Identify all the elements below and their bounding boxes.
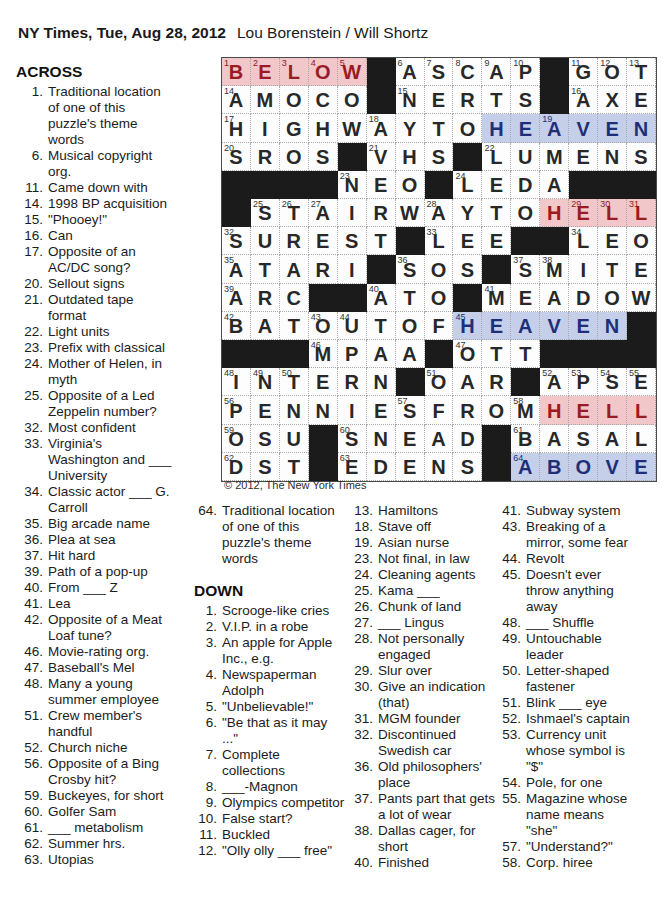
clue-down-7[interactable]: 7.Complete collections <box>194 747 346 779</box>
clue-number: 40. <box>348 855 373 871</box>
grid-cell[interactable]: 60S <box>338 425 367 453</box>
clue-down-54[interactable]: 54.Pole, for one <box>496 775 668 791</box>
grid-cell[interactable]: O <box>627 227 656 255</box>
clue-down-13[interactable]: 13.Hamiltons <box>348 503 500 519</box>
grid-cell[interactable]: 5W <box>338 58 367 86</box>
grid-cell[interactable]: E <box>627 86 656 114</box>
grid-cell[interactable]: T <box>425 114 454 142</box>
clue-across-22[interactable]: 22.Light units <box>16 324 191 340</box>
grid-cell[interactable]: E <box>367 396 396 424</box>
clue-number: 5. <box>194 699 217 715</box>
clue-down-43[interactable]: 43.Breaking of a mirror, some fear <box>496 519 668 551</box>
grid-cell[interactable]: 47O <box>453 340 482 368</box>
clue-across-41[interactable]: 41.Lea <box>16 596 191 612</box>
grid-cell[interactable]: L <box>627 396 656 424</box>
grid-cell[interactable]: V <box>569 114 598 142</box>
grid-cell[interactable]: O <box>338 86 367 114</box>
grid-cell[interactable]: A <box>425 425 454 453</box>
cell-letter: T <box>375 231 387 254</box>
grid-cell[interactable]: 22L <box>482 143 511 171</box>
clue-across-24[interactable]: 24.Mother of Helen, in myth <box>16 356 191 388</box>
grid-cell[interactable]: 15N <box>396 86 425 114</box>
grid-cell[interactable]: U <box>280 425 309 453</box>
grid-cell[interactable]: R <box>280 227 309 255</box>
grid-cell[interactable]: 54S <box>598 368 627 396</box>
grid-cell[interactable]: 27A <box>309 199 338 227</box>
grid-cell[interactable]: O <box>396 171 425 199</box>
grid-cell[interactable]: T <box>367 312 396 340</box>
grid-cell[interactable]: 24L <box>453 171 482 199</box>
grid-cell[interactable]: O <box>598 284 627 312</box>
grid-cell[interactable]: I <box>338 199 367 227</box>
clue-across-63[interactable]: 63.Utopias <box>16 852 191 868</box>
grid-cell[interactable]: 46M <box>309 340 338 368</box>
grid-cell[interactable]: O <box>425 284 454 312</box>
grid-cell[interactable]: N <box>367 368 396 396</box>
grid-cell[interactable]: 9A <box>482 58 511 86</box>
grid-cell[interactable]: 56P <box>222 396 251 424</box>
grid-cell[interactable]: 45H <box>453 312 482 340</box>
clue-down-18[interactable]: 18.Stave off <box>348 519 500 535</box>
grid-cell[interactable]: C <box>280 284 309 312</box>
cell-letter: N <box>373 429 387 452</box>
clue-down-41[interactable]: 41.Subway system <box>496 503 668 519</box>
grid-cell[interactable]: U <box>251 227 280 255</box>
grid-cell[interactable]: E <box>482 227 511 255</box>
grid-cell[interactable]: T <box>280 312 309 340</box>
grid-cell[interactable]: 55E <box>627 368 656 396</box>
copyright: © 2012, The New York Times <box>224 479 366 491</box>
grid-cell[interactable]: E <box>309 227 338 255</box>
grid-cell[interactable]: E <box>569 143 598 171</box>
clue-down-45[interactable]: 45.Doesn't ever throw anything away <box>496 567 668 615</box>
clue-across-47[interactable]: 47.Baseball's Mel <box>16 660 191 676</box>
clue-across-34[interactable]: 34.Classic actor ___ G. Carroll <box>16 484 191 516</box>
grid-cell[interactable]: N <box>598 312 627 340</box>
grid-cell[interactable]: A <box>598 425 627 453</box>
grid-cell[interactable]: 59O <box>222 425 251 453</box>
clue-across-32[interactable]: 32.Most confident <box>16 420 191 436</box>
grid-cell[interactable]: 21V <box>367 143 396 171</box>
grid-cell[interactable]: 49N <box>251 368 280 396</box>
clue-down-30[interactable]: 30.Give an indication (that) <box>348 679 500 711</box>
grid-cell[interactable]: I <box>338 396 367 424</box>
grid-cell[interactable]: 4O <box>309 58 338 86</box>
cell-number: 48 <box>224 368 234 378</box>
clue-across-11[interactable]: 11.Came down with <box>16 180 191 196</box>
grid-cell[interactable]: S <box>338 227 367 255</box>
grid-cell[interactable]: E <box>598 227 627 255</box>
clue-across-16[interactable]: 16.Can <box>16 228 191 244</box>
clue-across-6[interactable]: 6.Musical copyright org. <box>16 148 191 180</box>
clue-down-44[interactable]: 44.Revolt <box>496 551 668 567</box>
grid-cell[interactable]: 51O <box>425 368 454 396</box>
grid-cell[interactable]: E <box>627 255 656 283</box>
grid-cell[interactable]: C <box>309 86 338 114</box>
grid-cell[interactable]: T <box>511 340 540 368</box>
grid-cell[interactable]: B <box>540 453 569 481</box>
grid-cell[interactable]: M <box>251 86 280 114</box>
clue-down-23[interactable]: 23.Not final, in law <box>348 551 500 567</box>
grid-cell[interactable]: Y <box>396 114 425 142</box>
clue-across-23[interactable]: 23.Prefix with classical <box>16 340 191 356</box>
clue-down-32[interactable]: 32.Discontinued Swedish car <box>348 727 500 759</box>
grid-cell[interactable]: P <box>338 340 367 368</box>
clue-across-56[interactable]: 56.Opposite of a Bing Crosby hit? <box>16 756 191 788</box>
grid-cell[interactable]: X <box>598 86 627 114</box>
clue-down-10[interactable]: 10.False start? <box>194 811 346 827</box>
clue-number: 53. <box>496 727 521 775</box>
grid-cell[interactable]: 16A <box>569 86 598 114</box>
grid-cell[interactable]: H <box>540 396 569 424</box>
clue-down-28[interactable]: 28.Not personally engaged <box>348 631 500 663</box>
grid-cell[interactable]: O <box>280 86 309 114</box>
grid-cell[interactable]: 52A <box>540 368 569 396</box>
cell-letter: T <box>288 457 300 480</box>
clue-across-40[interactable]: 40.From ___ Z <box>16 580 191 596</box>
grid-cell[interactable]: O <box>569 453 598 481</box>
grid-cell[interactable]: 34L <box>569 227 598 255</box>
grid-cell[interactable]: 26T <box>280 199 309 227</box>
grid-cell[interactable]: H <box>482 114 511 142</box>
cell-letter: O <box>431 260 447 283</box>
clue-across-46[interactable]: 46.Movie-rating org. <box>16 644 191 660</box>
clue-across-39[interactable]: 39.Path of a pop-up <box>16 564 191 580</box>
grid-cell[interactable]: 20S <box>222 143 251 171</box>
clue-down-5[interactable]: 5."Unbelievable!" <box>194 699 346 715</box>
grid-cell[interactable]: S <box>569 425 598 453</box>
grid-cell[interactable]: 12O <box>598 58 627 86</box>
grid-cell[interactable]: O <box>425 255 454 283</box>
grid-cell[interactable]: F <box>425 396 454 424</box>
clue-number: 45. <box>496 567 521 615</box>
grid-cell[interactable]: 18A <box>367 114 396 142</box>
clue-down-27[interactable]: 27.___ Lingus <box>348 615 500 631</box>
grid-cell[interactable]: O <box>511 199 540 227</box>
grid-cell[interactable]: O <box>280 143 309 171</box>
grid-cell[interactable]: R <box>453 396 482 424</box>
grid-cell[interactable]: W <box>396 199 425 227</box>
cell-letter: A <box>518 316 532 339</box>
clue-down-48[interactable]: 48.___ Shuffle <box>496 615 668 631</box>
grid-cell[interactable]: E <box>511 284 540 312</box>
grid-cell[interactable]: E <box>511 114 540 142</box>
grid-cell[interactable]: S <box>251 425 280 453</box>
grid-cell[interactable]: N <box>367 425 396 453</box>
clue-down-40[interactable]: 40.Finished <box>348 855 500 871</box>
clue-across-17[interactable]: 17.Opposite of an AC/DC song? <box>16 244 191 276</box>
grid-cell[interactable]: E <box>251 396 280 424</box>
grid-cell[interactable]: N <box>309 396 338 424</box>
clue-down-26[interactable]: 26.Chunk of land <box>348 599 500 615</box>
clue-down-12[interactable]: 12."Olly olly ___ free" <box>194 843 346 859</box>
clue-text: Opposite of a Bing Crosby hit? <box>48 756 174 788</box>
clue-text: Summer hrs. <box>48 836 174 852</box>
grid-cell[interactable]: 62D <box>222 453 251 481</box>
grid-cell[interactable]: 58M <box>511 396 540 424</box>
clue-across-36[interactable]: 36.Plea at sea <box>16 532 191 548</box>
clue-number: 47. <box>16 660 43 676</box>
grid-cell[interactable]: Y <box>453 199 482 227</box>
grid-cell[interactable]: A <box>280 255 309 283</box>
grid-cell[interactable]: 39A <box>222 284 251 312</box>
grid-cell[interactable]: 14A <box>222 86 251 114</box>
cell-number: 56 <box>224 396 234 406</box>
clue-down-29[interactable]: 29.Slur over <box>348 663 500 679</box>
grid-cell[interactable]: O <box>482 396 511 424</box>
grid-cell[interactable]: A <box>396 340 425 368</box>
clue-down-8[interactable]: 8.___-Magnon <box>194 779 346 795</box>
grid-cell[interactable]: D <box>453 425 482 453</box>
grid-cell[interactable]: I <box>338 255 367 283</box>
grid-cell[interactable]: T <box>367 227 396 255</box>
grid-cell[interactable]: 23N <box>338 171 367 199</box>
grid-cell[interactable]: O <box>396 312 425 340</box>
grid-cell[interactable]: T <box>251 255 280 283</box>
grid-cell[interactable]: L <box>598 396 627 424</box>
grid-cell[interactable]: H <box>309 114 338 142</box>
clue-text: "Be that as it may ..." <box>222 715 346 747</box>
grid-cell[interactable]: 6A <box>396 58 425 86</box>
clue-down-58[interactable]: 58.Corp. hiree <box>496 855 668 871</box>
grid-cell[interactable]: T <box>482 340 511 368</box>
clue-down-25[interactable]: 25.Kama ___ <box>348 583 500 599</box>
cell-letter: E <box>403 429 416 452</box>
grid-cell[interactable]: D <box>569 284 598 312</box>
grid-cell[interactable]: A <box>367 340 396 368</box>
grid-cell[interactable]: 61B <box>511 425 540 453</box>
clue-across-52[interactable]: 52.Church niche <box>16 740 191 756</box>
grid-cell-black <box>540 340 569 368</box>
grid-cell[interactable]: 8C <box>453 58 482 86</box>
clue-number: 23. <box>16 340 43 356</box>
grid-cell[interactable]: E <box>598 114 627 142</box>
grid-cell[interactable]: 63E <box>338 453 367 481</box>
grid-cell[interactable]: 32S <box>222 227 251 255</box>
clue-across-33[interactable]: 33.Virginia's Washington and ___ Univers… <box>16 436 191 484</box>
grid-cell[interactable]: 41M <box>482 284 511 312</box>
cell-letter: I <box>349 401 355 424</box>
clue-across-61[interactable]: 61.___ metabolism <box>16 820 191 836</box>
cell-letter: T <box>403 288 415 311</box>
grid-cell[interactable]: R <box>482 368 511 396</box>
grid-cell[interactable]: F <box>425 312 454 340</box>
grid-cell[interactable]: 43O <box>309 312 338 340</box>
cell-letter: E <box>605 119 618 142</box>
clue-across-37[interactable]: 37.Hit hard <box>16 548 191 564</box>
grid-cell[interactable]: 40A <box>367 284 396 312</box>
clue-down-36[interactable]: 36.Old philosophers' place <box>348 759 500 791</box>
grid-cell[interactable]: 37S <box>511 255 540 283</box>
clue-down-9[interactable]: 9.Olympics competitor <box>194 795 346 811</box>
grid-cell[interactable]: A <box>453 368 482 396</box>
grid-cell[interactable]: H <box>540 199 569 227</box>
grid-cell[interactable]: O <box>453 114 482 142</box>
clue-number: 21. <box>16 292 43 324</box>
grid-cell[interactable]: D <box>511 171 540 199</box>
grid-cell[interactable]: 3L <box>280 58 309 86</box>
grid-cell[interactable]: R <box>453 86 482 114</box>
grid-cell[interactable]: A <box>540 171 569 199</box>
clue-down-37[interactable]: 37.Pants part that gets a lot of wear <box>348 791 500 823</box>
clue-down-31[interactable]: 31.MGM founder <box>348 711 500 727</box>
grid-cell[interactable]: A <box>540 284 569 312</box>
cell-number: 38 <box>542 255 552 265</box>
clue-across-64[interactable]: 64.Traditional location of one of this p… <box>194 503 346 567</box>
grid-cell[interactable]: E <box>309 368 338 396</box>
grid-cell[interactable]: G <box>280 114 309 142</box>
grid-cell[interactable]: U <box>511 143 540 171</box>
grid-cell[interactable]: 17H <box>222 114 251 142</box>
grid-cell[interactable]: 35A <box>222 255 251 283</box>
grid-cell[interactable]: 33L <box>425 227 454 255</box>
grid-cell[interactable]: W <box>338 114 367 142</box>
cell-letter: R <box>460 401 474 424</box>
cell-letter: E <box>258 401 271 424</box>
cell-number: 4 <box>311 58 316 68</box>
grid-cell[interactable]: S <box>453 255 482 283</box>
grid-cell[interactable]: H <box>396 143 425 171</box>
grid-cell[interactable]: 36S <box>396 255 425 283</box>
grid-cell[interactable]: E <box>482 171 511 199</box>
grid-cell[interactable]: I <box>569 255 598 283</box>
clue-down-52[interactable]: 52.Ishmael's captain <box>496 711 668 727</box>
clue-across-51[interactable]: 51.Crew member's handful <box>16 708 191 740</box>
grid-cell[interactable]: L <box>627 425 656 453</box>
clue-text: Opposite of a Led Zeppelin number? <box>48 388 174 420</box>
grid-cell[interactable]: 31L <box>627 199 656 227</box>
clue-down-1[interactable]: 1.Scrooge-like cries <box>194 603 346 619</box>
cell-letter: Y <box>461 203 474 226</box>
clue-down-24[interactable]: 24.Cleaning agents <box>348 567 500 583</box>
clue-across-14[interactable]: 14.1998 BP acquisition <box>16 196 191 212</box>
grid-cell[interactable]: R <box>251 143 280 171</box>
clue-down-2[interactable]: 2.V.I.P. in a robe <box>194 619 346 635</box>
clue-down-4[interactable]: 4.Newspaperman Adolph <box>194 667 346 699</box>
grid-cell[interactable]: 48I <box>222 368 251 396</box>
cell-number: 1 <box>224 58 229 68</box>
grid-cell[interactable]: 11G <box>569 58 598 86</box>
clue-across-60[interactable]: 60.Golfer Sam <box>16 804 191 820</box>
grid-cell[interactable]: A <box>540 425 569 453</box>
grid-cell[interactable]: E <box>396 453 425 481</box>
grid-cell[interactable]: S <box>251 453 280 481</box>
grid-cell[interactable]: R <box>251 284 280 312</box>
grid-cell[interactable]: 42B <box>222 312 251 340</box>
grid-cell[interactable]: 30L <box>598 199 627 227</box>
grid-cell[interactable]: 25S <box>251 199 280 227</box>
grid-cell[interactable]: S <box>453 453 482 481</box>
clue-down-55[interactable]: 55.Magazine whose name means "she" <box>496 791 668 839</box>
grid-cell[interactable]: E <box>396 425 425 453</box>
grid-cell[interactable]: E <box>453 227 482 255</box>
clue-down-51[interactable]: 51.Blink ___ eye <box>496 695 668 711</box>
grid-cell[interactable]: S <box>511 86 540 114</box>
grid-cell[interactable]: M <box>540 143 569 171</box>
clue-across-62[interactable]: 62.Summer hrs. <box>16 836 191 852</box>
grid-cell[interactable]: T <box>396 284 425 312</box>
down-heading: DOWN <box>194 582 346 599</box>
grid-cell[interactable]: 7S <box>425 58 454 86</box>
clue-across-25[interactable]: 25.Opposite of a Led Zeppelin number? <box>16 388 191 420</box>
grid-cell-black <box>453 284 482 312</box>
clue-down-50[interactable]: 50.Letter-shaped fastener <box>496 663 668 695</box>
grid-cell[interactable]: 44U <box>338 312 367 340</box>
grid-cell[interactable]: 13T <box>627 58 656 86</box>
cell-letter: E <box>403 457 416 480</box>
clue-down-19[interactable]: 19.Asian nurse <box>348 535 500 551</box>
grid-cell[interactable]: T <box>280 453 309 481</box>
grid-cell[interactable]: A <box>251 312 280 340</box>
grid-cell[interactable]: 29E <box>569 199 598 227</box>
grid-cell[interactable]: S <box>627 143 656 171</box>
clue-across-59[interactable]: 59.Buckeyes, for short <box>16 788 191 804</box>
grid-cell[interactable]: S <box>425 143 454 171</box>
grid-cell[interactable]: R <box>338 368 367 396</box>
grid-cell[interactable]: 2E <box>251 58 280 86</box>
grid-cell[interactable]: 53P <box>569 368 598 396</box>
grid-cell[interactable]: 19A <box>540 114 569 142</box>
grid-cell[interactable]: A <box>511 312 540 340</box>
clue-down-57[interactable]: 57."Understand?" <box>496 839 668 855</box>
grid-cell[interactable]: E <box>367 171 396 199</box>
clue-across-20[interactable]: 20.Sellout signs <box>16 276 191 292</box>
clue-across-48[interactable]: 48.Many a young summer employee <box>16 676 191 708</box>
clue-across-35[interactable]: 35.Big arcade name <box>16 516 191 532</box>
grid-cell[interactable]: N <box>280 396 309 424</box>
grid-cell[interactable]: 57S <box>396 396 425 424</box>
clue-down-49[interactable]: 49.Untouchable leader <box>496 631 668 663</box>
grid-cell[interactable]: E <box>627 453 656 481</box>
grid-cell[interactable]: T <box>598 255 627 283</box>
clue-down-11[interactable]: 11.Buckled <box>194 827 346 843</box>
grid-cell[interactable]: 1B <box>222 58 251 86</box>
clue-down-6[interactable]: 6."Be that as it may ..." <box>194 715 346 747</box>
grid-cell[interactable]: N <box>425 453 454 481</box>
clue-across-42[interactable]: 42.Opposite of a Meat Loaf tune? <box>16 612 191 644</box>
grid-cell[interactable]: 64A <box>511 453 540 481</box>
grid-cell[interactable]: 28A <box>425 199 454 227</box>
grid-cell[interactable]: W <box>627 284 656 312</box>
grid-cell[interactable]: V <box>540 312 569 340</box>
grid-cell[interactable]: S <box>309 143 338 171</box>
grid-cell[interactable]: I <box>251 114 280 142</box>
clue-across-15[interactable]: 15."Phooey!" <box>16 212 191 228</box>
grid-cell[interactable]: T <box>482 86 511 114</box>
grid-cell[interactable]: E <box>569 312 598 340</box>
clue-down-38[interactable]: 38.Dallas cager, for short <box>348 823 500 855</box>
grid-cell[interactable]: 50T <box>280 368 309 396</box>
grid-cell[interactable]: 38M <box>540 255 569 283</box>
clue-down-3[interactable]: 3.An apple for Apple Inc., e.g. <box>194 635 346 667</box>
grid-cell[interactable]: E <box>425 86 454 114</box>
grid-cell[interactable]: E <box>482 312 511 340</box>
grid-cell[interactable]: V <box>598 453 627 481</box>
cell-letter: T <box>490 90 502 113</box>
grid-cell[interactable]: E <box>569 396 598 424</box>
grid-cell[interactable]: T <box>482 199 511 227</box>
clue-down-53[interactable]: 53.Currency unit whose symbol is "$" <box>496 727 668 775</box>
clue-text: ___ metabolism <box>48 820 174 836</box>
grid-cell[interactable]: 10P <box>511 58 540 86</box>
grid-cell[interactable]: N <box>598 143 627 171</box>
clue-across-21[interactable]: 21.Outdated tape format <box>16 292 191 324</box>
grid-cell[interactable]: N <box>627 114 656 142</box>
grid-cell[interactable]: R <box>367 199 396 227</box>
clue-across-1[interactable]: 1.Traditional location of one of this pu… <box>16 84 191 148</box>
grid-cell[interactable]: R <box>309 255 338 283</box>
grid-cell[interactable]: D <box>367 453 396 481</box>
